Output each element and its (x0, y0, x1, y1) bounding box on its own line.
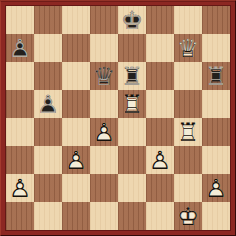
square-e6[interactable]: ♜♖ (118, 62, 146, 90)
square-d2[interactable] (90, 174, 118, 202)
white-pawn-glyph-outline: ♙ (202, 174, 230, 202)
piece-white-pawn[interactable]: ♟♙ (90, 118, 118, 146)
square-g6[interactable] (174, 62, 202, 90)
square-c8[interactable] (62, 6, 90, 34)
square-e3[interactable] (118, 146, 146, 174)
square-e7[interactable] (118, 34, 146, 62)
square-f6[interactable] (146, 62, 174, 90)
square-b7[interactable] (34, 34, 62, 62)
piece-white-rook[interactable]: ♜♖ (118, 90, 146, 118)
square-e4[interactable] (118, 118, 146, 146)
square-d5[interactable] (90, 90, 118, 118)
square-g2[interactable] (174, 174, 202, 202)
square-c6[interactable] (62, 62, 90, 90)
square-b8[interactable] (34, 6, 62, 34)
square-g8[interactable] (174, 6, 202, 34)
square-e5[interactable]: ♜♖ (118, 90, 146, 118)
square-f7[interactable] (146, 34, 174, 62)
square-f5[interactable] (146, 90, 174, 118)
square-b3[interactable] (34, 146, 62, 174)
square-d3[interactable] (90, 146, 118, 174)
square-b1[interactable] (34, 202, 62, 230)
square-f3[interactable]: ♟♙ (146, 146, 174, 174)
black-rook-glyph-outline: ♖ (118, 62, 146, 90)
piece-black-rook[interactable]: ♜♖ (202, 62, 230, 90)
square-d1[interactable] (90, 202, 118, 230)
piece-black-pawn[interactable]: ♟♙ (6, 34, 34, 62)
square-b4[interactable] (34, 118, 62, 146)
piece-white-queen[interactable]: ♛♕ (174, 34, 202, 62)
square-a5[interactable] (6, 90, 34, 118)
square-c3[interactable]: ♟♙ (62, 146, 90, 174)
black-king-glyph-outline: ♔ (118, 6, 146, 34)
square-d6[interactable]: ♛♕ (90, 62, 118, 90)
square-g5[interactable] (174, 90, 202, 118)
white-king-glyph-outline: ♔ (174, 202, 202, 230)
square-e1[interactable] (118, 202, 146, 230)
square-a8[interactable] (6, 6, 34, 34)
square-c7[interactable] (62, 34, 90, 62)
square-d4[interactable]: ♟♙ (90, 118, 118, 146)
chess-board: ♚♔♟♙♛♕♛♕♜♖♜♖♟♙♜♖♟♙♜♖♟♙♟♙♟♙♟♙♚♔ (6, 6, 230, 230)
square-a7[interactable]: ♟♙ (6, 34, 34, 62)
piece-black-king[interactable]: ♚♔ (118, 6, 146, 34)
black-pawn-glyph-outline: ♙ (34, 90, 62, 118)
square-g4[interactable]: ♜♖ (174, 118, 202, 146)
white-pawn-glyph-outline: ♙ (146, 146, 174, 174)
piece-white-king[interactable]: ♚♔ (174, 202, 202, 230)
square-h6[interactable]: ♜♖ (202, 62, 230, 90)
piece-black-queen[interactable]: ♛♕ (90, 62, 118, 90)
white-rook-glyph-outline: ♖ (118, 90, 146, 118)
piece-white-pawn[interactable]: ♟♙ (202, 174, 230, 202)
square-c2[interactable] (62, 174, 90, 202)
square-h5[interactable] (202, 90, 230, 118)
piece-black-pawn[interactable]: ♟♙ (34, 90, 62, 118)
piece-white-pawn[interactable]: ♟♙ (6, 174, 34, 202)
square-a3[interactable] (6, 146, 34, 174)
square-h7[interactable] (202, 34, 230, 62)
black-queen-glyph-outline: ♕ (90, 62, 118, 90)
piece-white-pawn[interactable]: ♟♙ (146, 146, 174, 174)
square-h1[interactable] (202, 202, 230, 230)
square-h3[interactable] (202, 146, 230, 174)
square-c1[interactable] (62, 202, 90, 230)
square-g1[interactable]: ♚♔ (174, 202, 202, 230)
board-frame: ♚♔♟♙♛♕♛♕♜♖♜♖♟♙♜♖♟♙♜♖♟♙♟♙♟♙♟♙♚♔ (0, 0, 236, 236)
square-c5[interactable] (62, 90, 90, 118)
square-d8[interactable] (90, 6, 118, 34)
square-a4[interactable] (6, 118, 34, 146)
white-pawn-glyph-outline: ♙ (6, 174, 34, 202)
white-queen-glyph-outline: ♕ (174, 34, 202, 62)
black-rook-glyph-outline: ♖ (202, 62, 230, 90)
square-a6[interactable] (6, 62, 34, 90)
square-h2[interactable]: ♟♙ (202, 174, 230, 202)
square-a2[interactable]: ♟♙ (6, 174, 34, 202)
square-f8[interactable] (146, 6, 174, 34)
square-e2[interactable] (118, 174, 146, 202)
square-f2[interactable] (146, 174, 174, 202)
square-a1[interactable] (6, 202, 34, 230)
square-b6[interactable] (34, 62, 62, 90)
white-pawn-glyph-outline: ♙ (62, 146, 90, 174)
square-b2[interactable] (34, 174, 62, 202)
piece-white-rook[interactable]: ♜♖ (174, 118, 202, 146)
square-g3[interactable] (174, 146, 202, 174)
square-h4[interactable] (202, 118, 230, 146)
black-pawn-glyph-outline: ♙ (6, 34, 34, 62)
square-d7[interactable] (90, 34, 118, 62)
piece-white-pawn[interactable]: ♟♙ (62, 146, 90, 174)
white-pawn-glyph-outline: ♙ (90, 118, 118, 146)
piece-black-rook[interactable]: ♜♖ (118, 62, 146, 90)
square-h8[interactable] (202, 6, 230, 34)
square-b5[interactable]: ♟♙ (34, 90, 62, 118)
square-e8[interactable]: ♚♔ (118, 6, 146, 34)
square-g7[interactable]: ♛♕ (174, 34, 202, 62)
white-rook-glyph-outline: ♖ (174, 118, 202, 146)
square-f1[interactable] (146, 202, 174, 230)
square-c4[interactable] (62, 118, 90, 146)
square-f4[interactable] (146, 118, 174, 146)
